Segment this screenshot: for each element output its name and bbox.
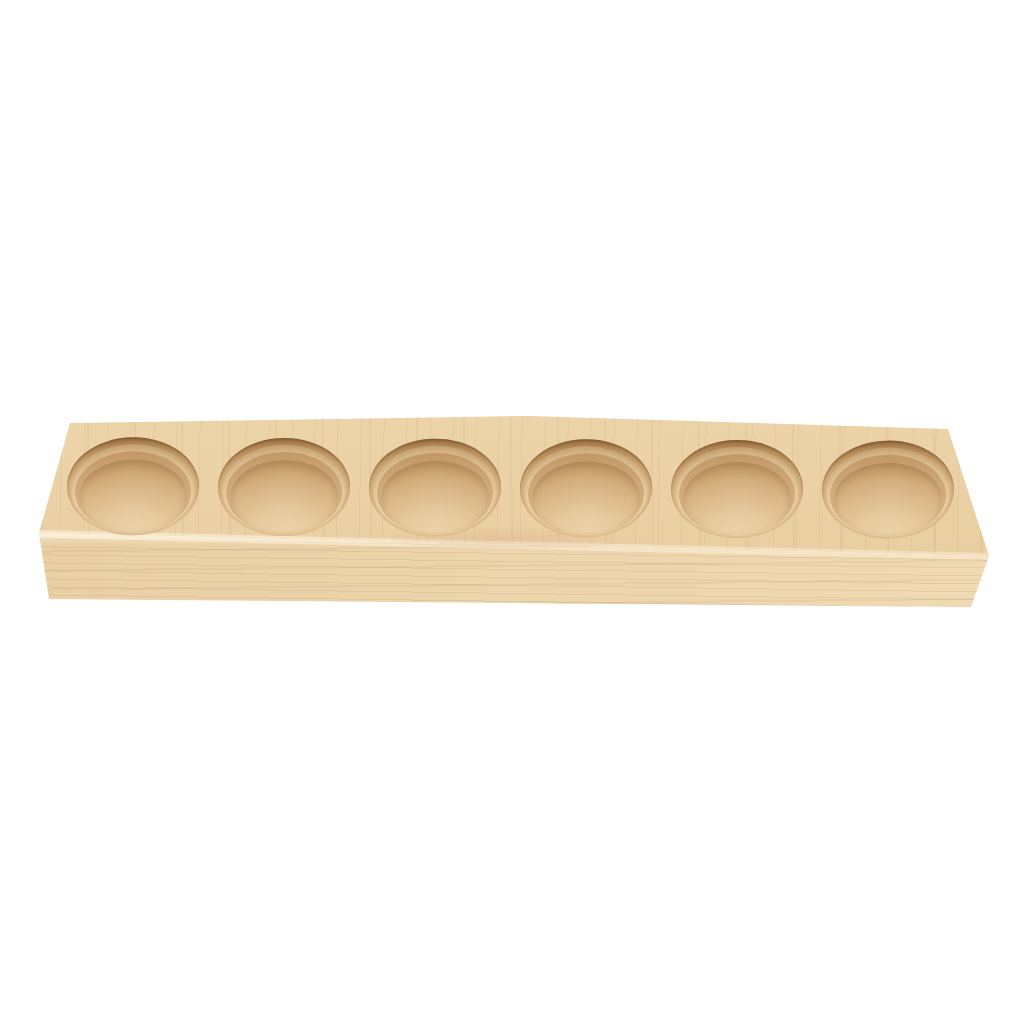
pit-seeds	[833, 462, 942, 536]
pit-hole	[670, 439, 803, 539]
pit-hole	[217, 437, 350, 537]
pit-seeds	[229, 459, 338, 533]
pit-seeds	[380, 460, 489, 534]
pit-2[interactable]	[208, 434, 359, 541]
pit-seeds	[682, 461, 791, 535]
pit-hole	[368, 438, 501, 538]
pit-6[interactable]	[812, 436, 963, 543]
pit-hole	[66, 436, 199, 536]
pit-grid	[57, 433, 963, 543]
pit-seeds	[531, 461, 640, 535]
pit-3[interactable]	[359, 434, 510, 541]
pit-hole	[519, 438, 652, 538]
product-photo-stage	[0, 0, 1024, 1024]
pit-1[interactable]	[57, 433, 208, 540]
pit-hole	[821, 440, 954, 540]
pit-4[interactable]	[510, 435, 661, 542]
pit-5[interactable]	[661, 436, 812, 543]
pit-seeds	[78, 459, 187, 533]
